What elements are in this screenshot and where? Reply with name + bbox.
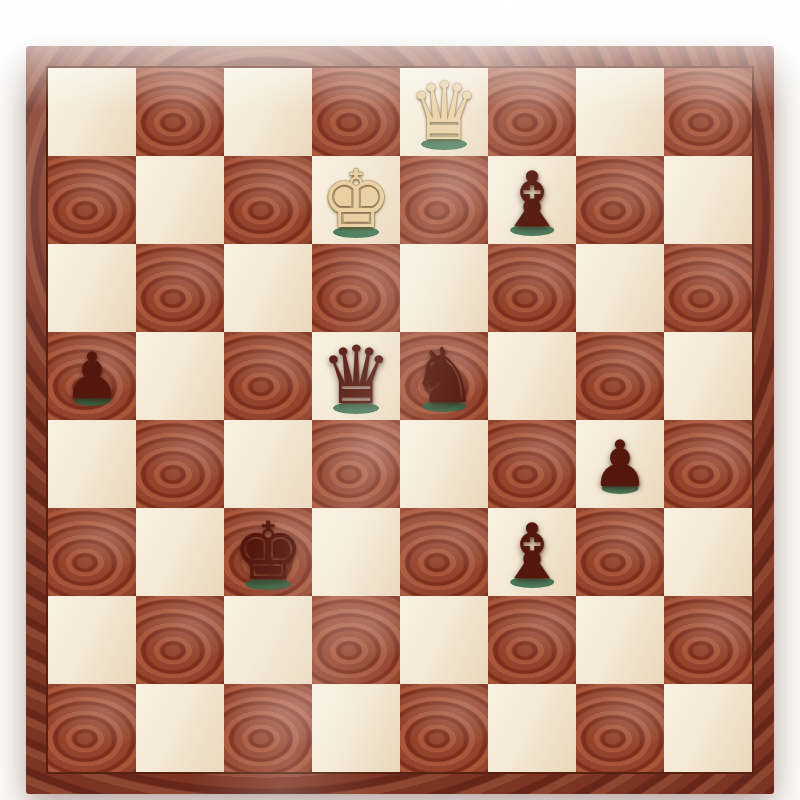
- square-h6: [664, 244, 752, 332]
- square-f6: [488, 244, 576, 332]
- square-e7: [400, 156, 488, 244]
- square-h7: [664, 156, 752, 244]
- square-h2: [664, 596, 752, 684]
- square-h8: [664, 68, 752, 156]
- chess-board: ♛♚♝♟♛♞♟♚♝: [48, 68, 752, 772]
- square-e1: [400, 684, 488, 772]
- square-b8: [136, 68, 224, 156]
- square-h3: [664, 508, 752, 596]
- square-d8: [312, 68, 400, 156]
- square-b3: [136, 508, 224, 596]
- square-g2: [576, 596, 664, 684]
- square-c6: [224, 244, 312, 332]
- piece-black-knight: ♞: [410, 338, 478, 414]
- square-e8: ♛: [400, 68, 488, 156]
- piece-black-pawn: ♟: [591, 432, 648, 496]
- square-f2: [488, 596, 576, 684]
- square-d7: ♚: [312, 156, 400, 244]
- square-g3: [576, 508, 664, 596]
- square-f7: ♝: [488, 156, 576, 244]
- square-g4: ♟: [576, 420, 664, 508]
- square-g5: [576, 332, 664, 420]
- square-g6: [576, 244, 664, 332]
- piece-black-king: ♚: [232, 512, 304, 592]
- square-g1: [576, 684, 664, 772]
- square-a3: [48, 508, 136, 596]
- piece-black-queen: ♛: [320, 336, 392, 416]
- square-b1: [136, 684, 224, 772]
- square-f1: [488, 684, 576, 772]
- square-b6: [136, 244, 224, 332]
- square-d6: [312, 244, 400, 332]
- square-h1: [664, 684, 752, 772]
- square-a6: [48, 244, 136, 332]
- square-d5: ♛: [312, 332, 400, 420]
- square-e3: [400, 508, 488, 596]
- square-f3: ♝: [488, 508, 576, 596]
- square-g8: [576, 68, 664, 156]
- piece-white-queen: ♛: [408, 72, 480, 152]
- square-a8: [48, 68, 136, 156]
- square-c5: [224, 332, 312, 420]
- square-h4: [664, 420, 752, 508]
- square-d2: [312, 596, 400, 684]
- board-frame: ♛♚♝♟♛♞♟♚♝: [26, 46, 774, 794]
- square-c8: [224, 68, 312, 156]
- square-b7: [136, 156, 224, 244]
- square-c4: [224, 420, 312, 508]
- square-e4: [400, 420, 488, 508]
- square-f4: [488, 420, 576, 508]
- piece-black-pawn: ♟: [63, 344, 120, 408]
- square-f8: [488, 68, 576, 156]
- square-a2: [48, 596, 136, 684]
- square-h5: [664, 332, 752, 420]
- square-b2: [136, 596, 224, 684]
- piece-white-king: ♚: [320, 160, 392, 240]
- square-c2: [224, 596, 312, 684]
- chess-set-photo: ♛♚♝♟♛♞♟♚♝: [0, 0, 800, 800]
- square-d3: [312, 508, 400, 596]
- square-c7: [224, 156, 312, 244]
- square-a7: [48, 156, 136, 244]
- square-e2: [400, 596, 488, 684]
- piece-black-bishop: ♝: [498, 514, 566, 590]
- square-b5: [136, 332, 224, 420]
- square-a5: ♟: [48, 332, 136, 420]
- square-g7: [576, 156, 664, 244]
- square-a4: [48, 420, 136, 508]
- square-c1: [224, 684, 312, 772]
- square-d1: [312, 684, 400, 772]
- square-a1: [48, 684, 136, 772]
- square-b4: [136, 420, 224, 508]
- square-d4: [312, 420, 400, 508]
- square-f5: [488, 332, 576, 420]
- piece-black-bishop: ♝: [498, 162, 566, 238]
- square-e6: [400, 244, 488, 332]
- square-e5: ♞: [400, 332, 488, 420]
- square-c3: ♚: [224, 508, 312, 596]
